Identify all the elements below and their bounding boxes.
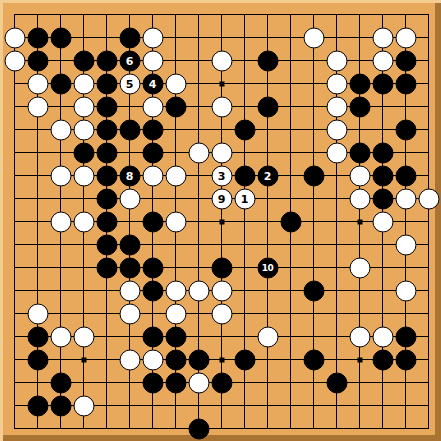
stone-black[interactable] <box>27 326 48 347</box>
stone-black[interactable] <box>119 234 140 255</box>
stone-black[interactable] <box>96 96 117 117</box>
stone-black[interactable] <box>234 349 255 370</box>
star-point <box>357 357 362 362</box>
stone-white[interactable] <box>27 73 48 94</box>
stone-white[interactable] <box>395 188 416 209</box>
stone-black[interactable] <box>50 27 71 48</box>
stone-white[interactable] <box>119 280 140 301</box>
star-point <box>81 357 86 362</box>
star-point <box>219 357 224 362</box>
stone-black[interactable] <box>395 73 416 94</box>
grid-line-v <box>428 14 429 429</box>
stone-white[interactable] <box>395 27 416 48</box>
stone-black[interactable] <box>96 119 117 140</box>
stone-black[interactable] <box>188 418 209 439</box>
stone-white[interactable]: 9 <box>211 188 232 209</box>
stone-white[interactable] <box>73 119 94 140</box>
stone-black[interactable] <box>257 96 278 117</box>
stone-black[interactable] <box>165 372 186 393</box>
stone-black[interactable] <box>234 119 255 140</box>
stone-white[interactable] <box>50 326 71 347</box>
stone-white[interactable] <box>372 50 393 71</box>
stone-black[interactable] <box>73 142 94 163</box>
stone-black[interactable] <box>234 165 255 186</box>
grid-line-h <box>14 428 429 429</box>
stone-black[interactable]: 6 <box>119 50 140 71</box>
stone-black[interactable] <box>96 257 117 278</box>
stone-black[interactable] <box>395 50 416 71</box>
move-number-label: 6 <box>126 55 134 66</box>
stone-white[interactable] <box>326 73 347 94</box>
stone-white[interactable] <box>73 165 94 186</box>
move-number-label: 10 <box>262 263 274 272</box>
stone-white[interactable] <box>4 50 25 71</box>
stone-white[interactable] <box>73 73 94 94</box>
stone-white[interactable] <box>50 165 71 186</box>
stone-white[interactable] <box>119 188 140 209</box>
stone-black[interactable] <box>211 257 232 278</box>
stone-white[interactable] <box>73 96 94 117</box>
stone-black[interactable]: 4 <box>142 73 163 94</box>
stone-black[interactable] <box>142 372 163 393</box>
stone-black[interactable] <box>119 27 140 48</box>
stone-black[interactable] <box>50 372 71 393</box>
stone-white[interactable] <box>372 326 393 347</box>
stone-black[interactable] <box>96 234 117 255</box>
stone-white[interactable] <box>211 50 232 71</box>
stone-white[interactable] <box>119 303 140 324</box>
stone-white[interactable] <box>257 326 278 347</box>
stone-white[interactable] <box>27 96 48 117</box>
stone-black[interactable] <box>349 142 370 163</box>
stone-black[interactable] <box>303 165 324 186</box>
stone-white[interactable] <box>188 142 209 163</box>
stone-black[interactable] <box>372 142 393 163</box>
stone-black[interactable] <box>96 188 117 209</box>
stone-black[interactable] <box>372 73 393 94</box>
move-number-label: 1 <box>241 193 249 204</box>
stone-black[interactable] <box>303 280 324 301</box>
stone-black[interactable] <box>96 165 117 186</box>
move-number-label: 8 <box>126 170 134 181</box>
stone-white[interactable] <box>326 119 347 140</box>
stone-black[interactable] <box>27 395 48 416</box>
stone-white[interactable] <box>326 96 347 117</box>
stone-black[interactable] <box>96 142 117 163</box>
stone-white[interactable] <box>372 27 393 48</box>
stone-black[interactable] <box>142 142 163 163</box>
stone-white[interactable] <box>165 165 186 186</box>
stone-white[interactable] <box>50 211 71 232</box>
stone-black[interactable]: 10 <box>257 257 278 278</box>
stone-white[interactable] <box>142 50 163 71</box>
star-point <box>357 219 362 224</box>
stone-black[interactable] <box>27 50 48 71</box>
stone-black[interactable] <box>27 349 48 370</box>
grid-line-v <box>267 14 268 429</box>
stone-white[interactable] <box>211 96 232 117</box>
stone-black[interactable]: 2 <box>257 165 278 186</box>
stone-black[interactable] <box>395 119 416 140</box>
stone-white[interactable] <box>211 142 232 163</box>
stone-white[interactable] <box>73 326 94 347</box>
stone-black[interactable] <box>96 50 117 71</box>
stone-white[interactable] <box>372 211 393 232</box>
stone-black[interactable] <box>257 50 278 71</box>
move-number-label: 2 <box>264 170 272 181</box>
stone-black[interactable] <box>119 257 140 278</box>
stone-black[interactable] <box>27 27 48 48</box>
star-point <box>219 219 224 224</box>
stone-black[interactable] <box>395 165 416 186</box>
stone-white[interactable] <box>418 188 439 209</box>
stone-black[interactable] <box>211 372 232 393</box>
stone-black[interactable] <box>50 395 71 416</box>
stone-white[interactable] <box>395 280 416 301</box>
stone-black[interactable] <box>142 280 163 301</box>
stone-white[interactable] <box>326 142 347 163</box>
stone-white[interactable]: 1 <box>234 188 255 209</box>
stone-white[interactable] <box>211 303 232 324</box>
stone-black[interactable] <box>119 119 140 140</box>
stone-black[interactable] <box>165 96 186 117</box>
stone-black[interactable] <box>326 372 347 393</box>
stone-black[interactable] <box>349 73 370 94</box>
stone-white[interactable] <box>119 349 140 370</box>
stone-white[interactable] <box>349 188 370 209</box>
move-number-label: 3 <box>218 170 226 181</box>
move-number-label: 4 <box>149 78 157 89</box>
stone-black[interactable] <box>188 349 209 370</box>
move-number-label: 9 <box>218 193 226 204</box>
stone-black[interactable] <box>280 211 301 232</box>
stone-black[interactable] <box>165 326 186 347</box>
stone-white[interactable] <box>73 211 94 232</box>
stone-white[interactable] <box>165 303 186 324</box>
stone-black[interactable] <box>395 326 416 347</box>
stone-white[interactable] <box>4 27 25 48</box>
stone-black[interactable] <box>395 349 416 370</box>
go-diagram: 6548329110 <box>0 0 441 441</box>
stone-black[interactable] <box>96 73 117 94</box>
stone-white[interactable] <box>188 372 209 393</box>
stone-white[interactable] <box>73 395 94 416</box>
stone-white[interactable] <box>165 73 186 94</box>
stone-white[interactable] <box>303 27 324 48</box>
stone-white[interactable] <box>211 280 232 301</box>
stone-white[interactable] <box>165 211 186 232</box>
stone-white[interactable] <box>142 27 163 48</box>
stone-white[interactable] <box>349 326 370 347</box>
stone-white[interactable] <box>326 50 347 71</box>
stone-black[interactable] <box>142 257 163 278</box>
stone-white[interactable] <box>188 280 209 301</box>
stone-black[interactable] <box>142 211 163 232</box>
stone-black[interactable]: 8 <box>119 165 140 186</box>
stone-black[interactable] <box>372 349 393 370</box>
stone-black[interactable] <box>303 349 324 370</box>
stone-black[interactable] <box>50 73 71 94</box>
stone-white[interactable] <box>27 303 48 324</box>
stone-black[interactable] <box>142 119 163 140</box>
stone-white[interactable] <box>395 234 416 255</box>
star-point <box>219 81 224 86</box>
go-board[interactable]: 6548329110 <box>0 0 441 441</box>
stone-white[interactable] <box>142 349 163 370</box>
stone-white[interactable] <box>349 165 370 186</box>
stone-white[interactable] <box>142 165 163 186</box>
stone-black[interactable] <box>349 96 370 117</box>
stone-white[interactable] <box>50 119 71 140</box>
stone-black[interactable] <box>165 349 186 370</box>
stone-white[interactable] <box>165 280 186 301</box>
grid-line-h <box>14 244 429 245</box>
move-number-label: 5 <box>126 78 134 89</box>
stone-white[interactable] <box>349 257 370 278</box>
stone-white[interactable]: 5 <box>119 73 140 94</box>
stone-black[interactable] <box>372 188 393 209</box>
stone-black[interactable] <box>372 165 393 186</box>
stone-black[interactable] <box>96 211 117 232</box>
stone-black[interactable] <box>142 326 163 347</box>
stone-white[interactable]: 3 <box>211 165 232 186</box>
stone-black[interactable] <box>73 50 94 71</box>
stone-white[interactable] <box>142 96 163 117</box>
